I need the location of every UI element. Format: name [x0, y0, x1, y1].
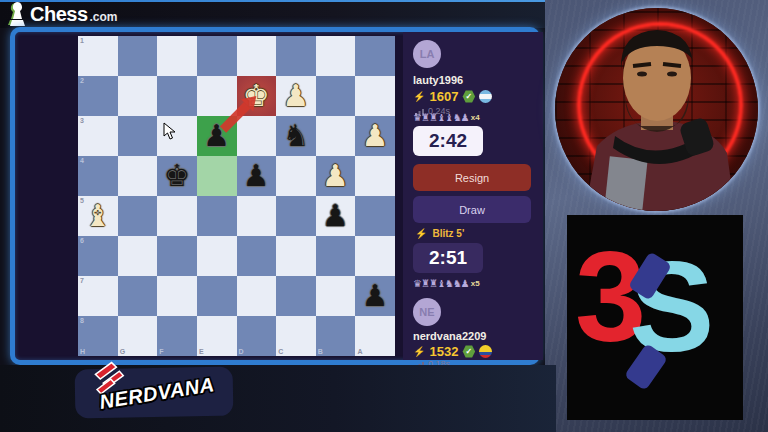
square-b2[interactable] — [316, 76, 356, 116]
square-d8[interactable]: D — [237, 316, 277, 356]
square-a6[interactable] — [355, 236, 395, 276]
square-g5[interactable] — [118, 196, 158, 236]
square-c6[interactable] — [276, 236, 316, 276]
captured-pieces-bottom: ♛♜♜♝♞♞♟ x5 — [413, 278, 480, 289]
square-g8[interactable]: G — [118, 316, 158, 356]
square-d6[interactable] — [237, 236, 277, 276]
blitz-bolt-icon: ⚡ — [415, 228, 427, 239]
square-h8[interactable]: 8H — [78, 316, 118, 356]
square-g3[interactable] — [118, 116, 158, 156]
square-d5[interactable] — [237, 196, 277, 236]
time-control-row: ⚡ Blitz 5' — [415, 228, 464, 239]
file-label: G — [120, 348, 125, 355]
captured-glyphs: ♛♜♜♝♞♞♟ — [413, 278, 469, 289]
file-label: D — [239, 348, 244, 355]
verified-badge-icon: ✓ — [462, 90, 475, 103]
file-label: H — [80, 348, 85, 355]
file-label: F — [159, 348, 163, 355]
square-f5[interactable] — [157, 196, 197, 236]
square-e8[interactable]: E — [197, 316, 237, 356]
square-c5[interactable] — [276, 196, 316, 236]
square-e2[interactable] — [197, 76, 237, 116]
chess-board[interactable]: 12♚♟3♟♞♟4♚♟♟5♝♟67♟8HGFEDCBA — [78, 36, 395, 356]
draw-button[interactable]: Draw — [413, 196, 531, 223]
square-c4[interactable] — [276, 156, 316, 196]
player-rating-row: ⚡ 1532 ✓ — [413, 344, 492, 359]
square-b8[interactable]: B — [316, 316, 356, 356]
square-h3[interactable]: 3 — [78, 116, 118, 156]
square-e4[interactable] — [197, 156, 237, 196]
square-c8[interactable]: C — [276, 316, 316, 356]
piece-black-knight[interactable]: ♞ — [276, 116, 316, 156]
square-d7[interactable] — [237, 276, 277, 316]
square-e6[interactable] — [197, 236, 237, 276]
square-e1[interactable] — [197, 36, 237, 76]
verified-badge-icon: ✓ — [462, 345, 475, 358]
square-g6[interactable] — [118, 236, 158, 276]
square-f6[interactable] — [157, 236, 197, 276]
streamer-person — [555, 8, 758, 211]
piece-white-pawn[interactable]: ♟ — [276, 76, 316, 116]
square-g1[interactable] — [118, 36, 158, 76]
square-f4[interactable]: ♚ — [157, 156, 197, 196]
pawn-logo-icon — [6, 1, 28, 27]
square-d4[interactable]: ♟ — [237, 156, 277, 196]
rank-label: 4 — [80, 157, 84, 164]
argentina-flag-icon — [479, 90, 492, 103]
square-f3[interactable] — [157, 116, 197, 156]
square-h7[interactable]: 7 — [78, 276, 118, 316]
rank-label: 2 — [80, 77, 84, 84]
piece-black-pawn[interactable]: ♟ — [197, 116, 237, 156]
square-c3[interactable]: ♞ — [276, 116, 316, 156]
square-g2[interactable] — [118, 76, 158, 116]
square-a5[interactable] — [355, 196, 395, 236]
3s-logo: 3 S — [567, 215, 743, 420]
piece-white-king[interactable]: ♚ — [237, 76, 277, 116]
square-a2[interactable] — [355, 76, 395, 116]
ecuador-flag-icon — [479, 345, 492, 358]
square-e3[interactable]: ♟ — [197, 116, 237, 156]
square-g4[interactable] — [118, 156, 158, 196]
square-a7[interactable]: ♟ — [355, 276, 395, 316]
square-c2[interactable]: ♟ — [276, 76, 316, 116]
square-a1[interactable] — [355, 36, 395, 76]
piece-black-pawn[interactable]: ♟ — [237, 156, 277, 196]
square-e5[interactable] — [197, 196, 237, 236]
square-h4[interactable]: 4 — [78, 156, 118, 196]
square-b4[interactable]: ♟ — [316, 156, 356, 196]
blitz-bolt-icon: ⚡ — [413, 91, 425, 102]
piece-white-pawn[interactable]: ♟ — [355, 116, 395, 156]
square-e7[interactable] — [197, 276, 237, 316]
clock-bottom: 2:51 — [413, 243, 483, 273]
square-d2[interactable]: ♚ — [237, 76, 277, 116]
clock-top: 2:42 — [413, 126, 483, 156]
square-a3[interactable]: ♟ — [355, 116, 395, 156]
square-b5[interactable]: ♟ — [316, 196, 356, 236]
site-name: Chess — [30, 3, 88, 26]
player-username[interactable]: lauty1996 — [413, 74, 463, 86]
square-b3[interactable] — [316, 116, 356, 156]
stream-backdrop: 3 S — [545, 0, 768, 432]
square-h2[interactable]: 2 — [78, 76, 118, 116]
chesscom-logo[interactable]: Chess .com — [6, 1, 118, 27]
square-c1[interactable] — [276, 36, 316, 76]
piece-white-pawn[interactable]: ♟ — [316, 156, 356, 196]
player-rating: 1532 — [429, 344, 458, 359]
piece-black-pawn[interactable]: ♟ — [316, 196, 356, 236]
captured-pieces-top: ♛♜♜♝♝♞♟ x4 — [413, 112, 480, 123]
square-c7[interactable] — [276, 276, 316, 316]
square-b1[interactable] — [316, 36, 356, 76]
square-h5[interactable]: 5♝ — [78, 196, 118, 236]
square-a8[interactable]: A — [355, 316, 395, 356]
avatar[interactable]: NE — [413, 298, 441, 326]
avatar[interactable]: LA — [413, 40, 441, 68]
rank-label: 7 — [80, 277, 84, 284]
square-f1[interactable] — [157, 36, 197, 76]
file-label: A — [357, 348, 362, 355]
rank-label: 6 — [80, 237, 84, 244]
player-rating: 1607 — [429, 89, 458, 104]
square-f8[interactable]: F — [157, 316, 197, 356]
game-window: 12♚♟3♟♞♟4♚♟♟5♝♟67♟8HGFEDCBA LA lauty1996… — [10, 27, 540, 365]
captured-multiplier: x5 — [471, 279, 480, 288]
square-f7[interactable] — [157, 276, 197, 316]
square-h1[interactable]: 1 — [78, 36, 118, 76]
square-b7[interactable] — [316, 276, 356, 316]
captured-glyphs: ♛♜♜♝♝♞♟ — [413, 112, 469, 123]
player-rating-row: ⚡ 1607 ✓ — [413, 89, 492, 104]
nerdvana-banner: NERDVANA — [75, 367, 234, 419]
square-f2[interactable] — [157, 76, 197, 116]
rank-label: 1 — [80, 37, 84, 44]
file-label: E — [199, 348, 204, 355]
square-b6[interactable] — [316, 236, 356, 276]
square-d3[interactable] — [237, 116, 277, 156]
site-tld: .com — [90, 10, 118, 27]
game-sidebar: LA lauty1996 ⚡ 1607 ✓ 0.24s ♛♜♜♝♝♞♟ x4 2… — [403, 32, 543, 360]
square-g7[interactable] — [118, 276, 158, 316]
square-h6[interactable]: 6 — [78, 236, 118, 276]
rank-label: 8 — [80, 317, 84, 324]
captured-multiplier: x4 — [471, 113, 480, 122]
square-a4[interactable] — [355, 156, 395, 196]
file-label: C — [278, 348, 283, 355]
file-label: B — [318, 348, 323, 355]
player-username[interactable]: nerdvana2209 — [413, 330, 486, 342]
piece-black-pawn[interactable]: ♟ — [355, 276, 395, 316]
piece-white-bishop[interactable]: ♝ — [78, 196, 118, 236]
webcam-feed — [555, 8, 758, 211]
blitz-bolt-icon: ⚡ — [413, 346, 425, 357]
rank-label: 3 — [80, 117, 84, 124]
time-control-label: Blitz 5' — [432, 228, 464, 239]
stream-frame: Chess .com 12♚♟3♟♞♟4♚♟♟5♝♟67♟8HGFEDCBA L… — [0, 0, 768, 432]
top-bar: Chess .com — [0, 0, 556, 28]
piece-black-king[interactable]: ♚ — [157, 156, 197, 196]
resign-button[interactable]: Resign — [413, 164, 531, 191]
square-d1[interactable] — [237, 36, 277, 76]
